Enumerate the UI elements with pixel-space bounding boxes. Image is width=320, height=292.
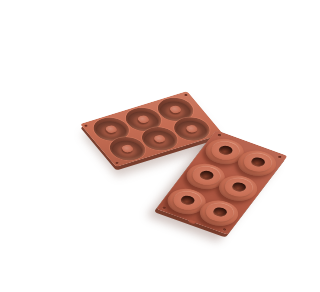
donut-bump-top [239, 150, 276, 175]
donut-bump-hole [230, 181, 248, 193]
donut-bump-top [220, 175, 257, 200]
cavity-center-post [152, 134, 167, 144]
donut-bump-hole [197, 169, 215, 181]
cavity-center-post [104, 124, 119, 134]
product-photo [40, 16, 320, 292]
cavity-center-post [120, 144, 135, 154]
cavity-center-post [168, 105, 183, 115]
cavity-center-post [184, 124, 199, 134]
donut-bump-hole [211, 206, 229, 218]
cavity-center-post [136, 115, 151, 125]
donut-bump-top [201, 200, 238, 225]
donut-bump-hole [249, 156, 267, 168]
donut-bump-hole [178, 194, 196, 206]
donut-bump-hole [216, 144, 234, 156]
